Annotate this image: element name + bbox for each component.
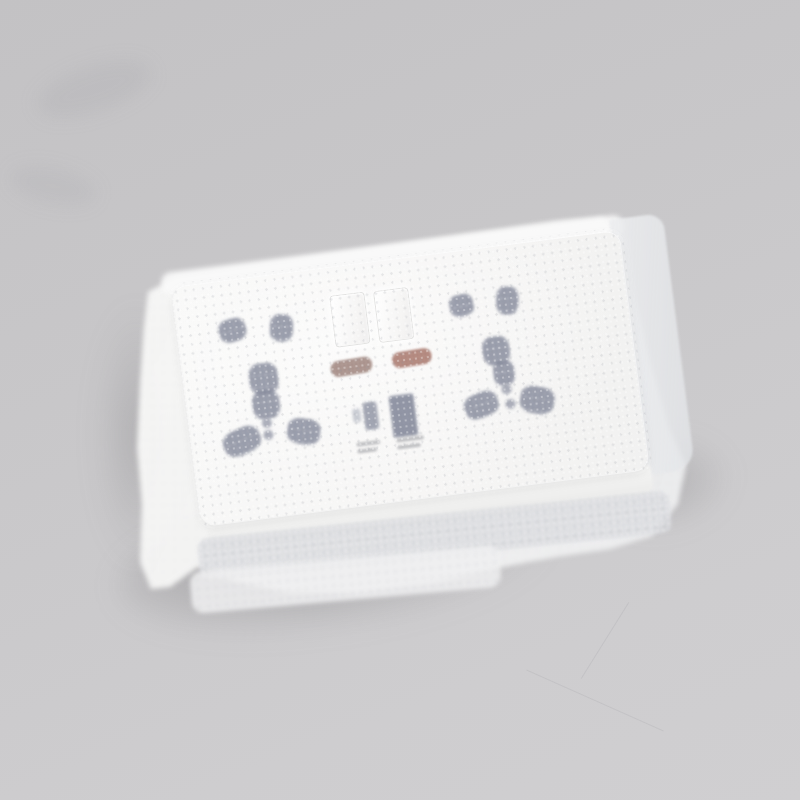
right-socket-top-left-aperture [447, 292, 475, 319]
right-socket-pin-hole [501, 384, 512, 395]
spec-text-line [357, 447, 377, 454]
usb-c-spec-text [356, 440, 382, 457]
indicator-window-right [391, 347, 433, 369]
usb-a-port [389, 393, 419, 438]
spec-text-line [397, 443, 421, 450]
left-socket-pin-hole [261, 417, 272, 428]
left-socket-center-aperture-lower [251, 388, 281, 420]
rocker-switch-left [330, 293, 369, 347]
right-socket-pin-hole [505, 398, 516, 409]
wrapped-socket-package [172, 231, 649, 526]
left-socket-top-right-aperture [269, 314, 293, 342]
right-socket-bottom-left-aperture [461, 387, 502, 423]
product-photo: Overhead studio photograph of a white do… [0, 0, 800, 800]
usb-icon [352, 408, 362, 423]
rocker-switch-right [374, 288, 413, 342]
right-socket-top-right-aperture [496, 286, 518, 314]
spec-text-line [356, 440, 380, 447]
usb-c-port [362, 401, 379, 431]
left-socket-bottom-left-aperture [219, 422, 264, 461]
indicator-window-left [329, 356, 373, 379]
usb-a-spec-text [396, 435, 426, 452]
right-socket-bottom-right-aperture [518, 384, 556, 416]
right-socket-center-aperture-lower [492, 359, 516, 386]
left-socket-bottom-right-aperture [286, 416, 322, 446]
left-socket-pin-hole [263, 429, 274, 440]
left-socket-top-left-aperture [216, 315, 249, 345]
